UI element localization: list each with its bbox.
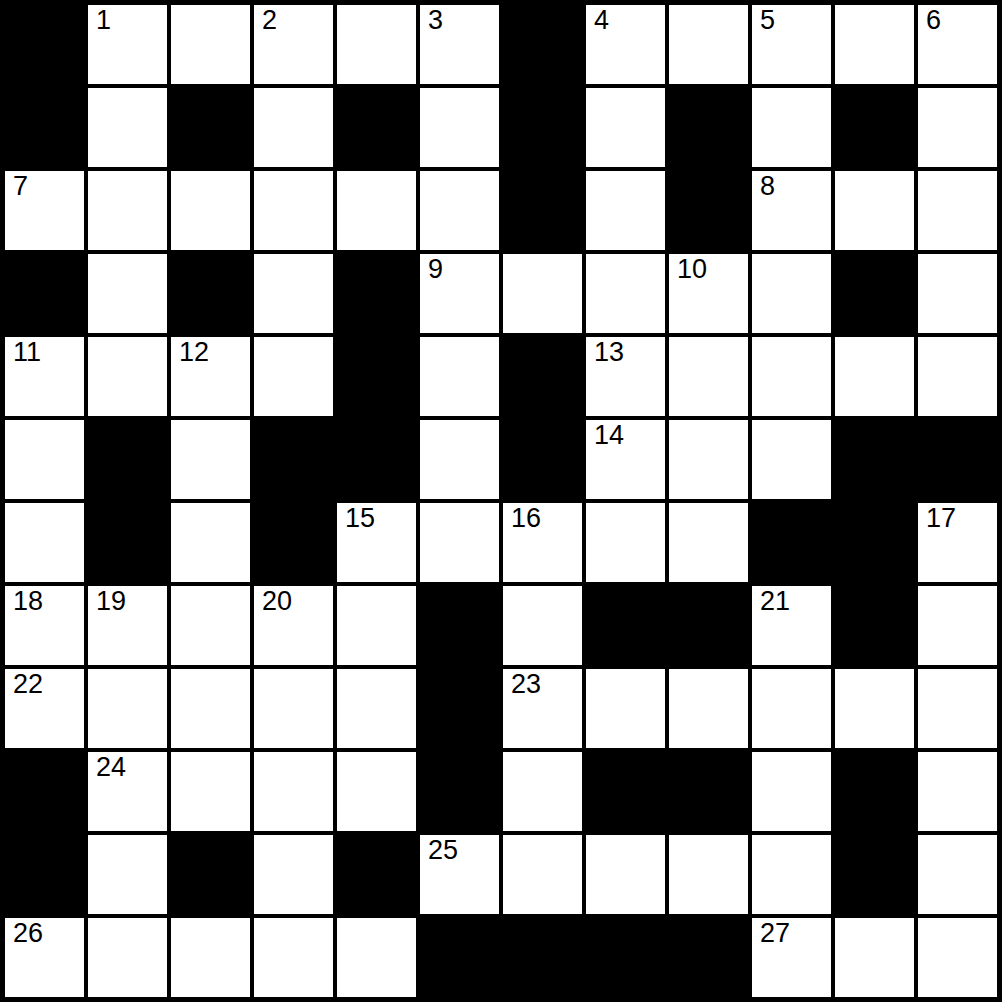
block-cell bbox=[833, 252, 916, 335]
letter-cell[interactable] bbox=[86, 169, 169, 252]
letter-cell[interactable] bbox=[418, 418, 501, 501]
letter-cell[interactable] bbox=[750, 418, 833, 501]
letter-cell[interactable] bbox=[833, 335, 916, 418]
letter-cell[interactable]: 18 bbox=[3, 584, 86, 667]
block-cell bbox=[584, 916, 667, 999]
letter-cell[interactable] bbox=[750, 252, 833, 335]
clue-number: 22 bbox=[13, 670, 43, 698]
clue-number: 26 bbox=[13, 919, 43, 947]
letter-cell[interactable] bbox=[833, 667, 916, 750]
letter-cell[interactable]: 9 bbox=[418, 252, 501, 335]
block-cell bbox=[335, 86, 418, 169]
letter-cell[interactable]: 16 bbox=[501, 501, 584, 584]
letter-cell[interactable] bbox=[833, 916, 916, 999]
letter-cell[interactable]: 26 bbox=[3, 916, 86, 999]
block-cell bbox=[833, 584, 916, 667]
clue-number: 13 bbox=[594, 338, 624, 366]
clue-number: 9 bbox=[428, 255, 443, 283]
letter-cell[interactable] bbox=[169, 3, 252, 86]
letter-cell[interactable]: 1 bbox=[86, 3, 169, 86]
block-cell bbox=[501, 3, 584, 86]
letter-cell[interactable]: 24 bbox=[86, 750, 169, 833]
letter-cell[interactable]: 10 bbox=[667, 252, 750, 335]
block-cell bbox=[501, 916, 584, 999]
clue-number: 16 bbox=[511, 504, 541, 532]
block-cell bbox=[86, 418, 169, 501]
letter-cell[interactable] bbox=[335, 3, 418, 86]
letter-cell[interactable] bbox=[418, 335, 501, 418]
block-cell bbox=[833, 833, 916, 916]
letter-cell[interactable]: 13 bbox=[584, 335, 667, 418]
clue-number: 14 bbox=[594, 421, 624, 449]
block-cell bbox=[335, 833, 418, 916]
clue-number: 21 bbox=[760, 587, 790, 615]
letter-cell[interactable]: 14 bbox=[584, 418, 667, 501]
clue-number: 27 bbox=[760, 919, 790, 947]
letter-cell[interactable] bbox=[252, 86, 335, 169]
block-cell bbox=[169, 86, 252, 169]
letter-cell[interactable]: 22 bbox=[3, 667, 86, 750]
block-cell bbox=[833, 418, 916, 501]
letter-cell[interactable] bbox=[252, 169, 335, 252]
letter-cell[interactable] bbox=[750, 833, 833, 916]
clue-number: 24 bbox=[96, 753, 126, 781]
block-cell bbox=[252, 501, 335, 584]
letter-cell[interactable] bbox=[418, 501, 501, 584]
block-cell bbox=[750, 501, 833, 584]
letter-cell[interactable] bbox=[750, 86, 833, 169]
letter-cell[interactable] bbox=[169, 750, 252, 833]
clue-number: 20 bbox=[262, 587, 292, 615]
letter-cell[interactable] bbox=[833, 169, 916, 252]
letter-cell[interactable] bbox=[584, 833, 667, 916]
block-cell bbox=[169, 252, 252, 335]
letter-cell[interactable] bbox=[3, 501, 86, 584]
block-cell bbox=[584, 584, 667, 667]
letter-cell[interactable] bbox=[667, 833, 750, 916]
letter-cell[interactable] bbox=[252, 750, 335, 833]
clue-number: 5 bbox=[760, 6, 775, 34]
letter-cell[interactable] bbox=[584, 667, 667, 750]
letter-cell[interactable] bbox=[750, 750, 833, 833]
block-cell bbox=[335, 252, 418, 335]
clue-number: 8 bbox=[760, 172, 775, 200]
block-cell bbox=[3, 86, 86, 169]
letter-cell[interactable] bbox=[916, 335, 999, 418]
letter-cell[interactable] bbox=[418, 169, 501, 252]
letter-cell[interactable]: 21 bbox=[750, 584, 833, 667]
letter-cell[interactable] bbox=[86, 916, 169, 999]
letter-cell[interactable] bbox=[584, 252, 667, 335]
letter-cell[interactable] bbox=[916, 584, 999, 667]
letter-cell[interactable] bbox=[252, 916, 335, 999]
letter-cell[interactable]: 19 bbox=[86, 584, 169, 667]
letter-cell[interactable] bbox=[916, 86, 999, 169]
letter-cell[interactable] bbox=[916, 667, 999, 750]
block-cell bbox=[335, 418, 418, 501]
letter-cell[interactable]: 12 bbox=[169, 335, 252, 418]
letter-cell[interactable] bbox=[86, 833, 169, 916]
letter-cell[interactable] bbox=[335, 667, 418, 750]
letter-cell[interactable]: 7 bbox=[3, 169, 86, 252]
block-cell bbox=[501, 335, 584, 418]
letter-cell[interactable] bbox=[916, 916, 999, 999]
block-cell bbox=[667, 169, 750, 252]
letter-cell[interactable] bbox=[86, 86, 169, 169]
letter-cell[interactable] bbox=[169, 584, 252, 667]
block-cell bbox=[3, 833, 86, 916]
letter-cell[interactable]: 6 bbox=[916, 3, 999, 86]
letter-cell[interactable] bbox=[252, 335, 335, 418]
letter-cell[interactable] bbox=[750, 335, 833, 418]
block-cell bbox=[501, 86, 584, 169]
clue-number: 18 bbox=[13, 587, 43, 615]
block-cell bbox=[833, 750, 916, 833]
letter-cell[interactable] bbox=[3, 418, 86, 501]
letter-cell[interactable]: 2 bbox=[252, 3, 335, 86]
letter-cell[interactable] bbox=[667, 335, 750, 418]
letter-cell[interactable] bbox=[584, 169, 667, 252]
block-cell bbox=[833, 86, 916, 169]
letter-cell[interactable] bbox=[916, 169, 999, 252]
letter-cell[interactable] bbox=[501, 833, 584, 916]
block-cell bbox=[916, 418, 999, 501]
letter-cell[interactable]: 11 bbox=[3, 335, 86, 418]
letter-cell[interactable] bbox=[86, 335, 169, 418]
clue-number: 15 bbox=[345, 504, 375, 532]
block-cell bbox=[667, 750, 750, 833]
letter-cell[interactable] bbox=[750, 667, 833, 750]
letter-cell[interactable] bbox=[833, 3, 916, 86]
letter-cell[interactable]: 20 bbox=[252, 584, 335, 667]
letter-cell[interactable]: 3 bbox=[418, 3, 501, 86]
letter-cell[interactable] bbox=[667, 667, 750, 750]
block-cell bbox=[3, 750, 86, 833]
block-cell bbox=[335, 335, 418, 418]
letter-cell[interactable]: 27 bbox=[750, 916, 833, 999]
clue-number: 6 bbox=[926, 6, 941, 34]
letter-cell[interactable]: 25 bbox=[418, 833, 501, 916]
letter-cell[interactable] bbox=[501, 584, 584, 667]
letter-cell[interactable]: 17 bbox=[916, 501, 999, 584]
clue-number: 11 bbox=[13, 338, 41, 366]
letter-cell[interactable] bbox=[252, 667, 335, 750]
block-cell bbox=[584, 750, 667, 833]
letter-cell[interactable] bbox=[501, 252, 584, 335]
letter-cell[interactable] bbox=[252, 252, 335, 335]
letter-cell[interactable] bbox=[501, 750, 584, 833]
letter-cell[interactable]: 15 bbox=[335, 501, 418, 584]
block-cell bbox=[3, 3, 86, 86]
letter-cell[interactable] bbox=[584, 501, 667, 584]
clue-number: 7 bbox=[13, 172, 28, 200]
block-cell bbox=[501, 418, 584, 501]
clue-number: 23 bbox=[511, 670, 541, 698]
block-cell bbox=[86, 501, 169, 584]
letter-cell[interactable] bbox=[916, 252, 999, 335]
letter-cell[interactable] bbox=[335, 916, 418, 999]
letter-cell[interactable]: 8 bbox=[750, 169, 833, 252]
clue-number: 17 bbox=[926, 504, 956, 532]
block-cell bbox=[501, 169, 584, 252]
letter-cell[interactable] bbox=[335, 169, 418, 252]
clue-number: 3 bbox=[428, 6, 443, 34]
letter-cell[interactable] bbox=[916, 833, 999, 916]
block-cell bbox=[418, 667, 501, 750]
letter-cell[interactable] bbox=[418, 86, 501, 169]
letter-cell[interactable] bbox=[169, 169, 252, 252]
letter-cell[interactable]: 23 bbox=[501, 667, 584, 750]
clue-number: 12 bbox=[179, 338, 209, 366]
letter-cell[interactable] bbox=[916, 750, 999, 833]
block-cell bbox=[418, 916, 501, 999]
block-cell bbox=[833, 501, 916, 584]
block-cell bbox=[667, 584, 750, 667]
letter-cell[interactable] bbox=[169, 501, 252, 584]
block-cell bbox=[418, 750, 501, 833]
letter-cell[interactable] bbox=[169, 667, 252, 750]
letter-cell[interactable] bbox=[584, 86, 667, 169]
letter-cell[interactable] bbox=[86, 252, 169, 335]
letter-cell[interactable] bbox=[169, 916, 252, 999]
block-cell bbox=[3, 252, 86, 335]
letter-cell[interactable] bbox=[335, 750, 418, 833]
clue-number: 2 bbox=[262, 6, 277, 34]
block-cell bbox=[252, 418, 335, 501]
block-cell bbox=[418, 584, 501, 667]
letter-cell[interactable] bbox=[169, 418, 252, 501]
clue-number: 1 bbox=[96, 6, 111, 34]
letter-cell[interactable] bbox=[667, 418, 750, 501]
letter-cell[interactable] bbox=[335, 584, 418, 667]
clue-number: 19 bbox=[96, 587, 126, 615]
letter-cell[interactable] bbox=[667, 3, 750, 86]
clue-number: 4 bbox=[594, 6, 609, 34]
crossword-grid: 1234567891011121314151617181920212223242… bbox=[0, 0, 1002, 1002]
letter-cell[interactable] bbox=[667, 501, 750, 584]
block-cell bbox=[667, 916, 750, 999]
letter-cell[interactable]: 4 bbox=[584, 3, 667, 86]
letter-cell[interactable] bbox=[252, 833, 335, 916]
letter-cell[interactable]: 5 bbox=[750, 3, 833, 86]
clue-number: 10 bbox=[677, 255, 707, 283]
block-cell bbox=[667, 86, 750, 169]
clue-number: 25 bbox=[428, 836, 458, 864]
letter-cell[interactable] bbox=[86, 667, 169, 750]
block-cell bbox=[169, 833, 252, 916]
